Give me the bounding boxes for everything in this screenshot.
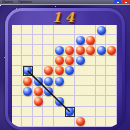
game-board — [12, 25, 117, 127]
cell-r7c3[interactable] — [44, 96, 55, 106]
cell-r2c8[interactable] — [96, 45, 107, 55]
red-ball[interactable] — [76, 46, 85, 55]
cell-r6c0[interactable] — [12, 86, 23, 96]
cell-r3c6[interactable] — [75, 56, 86, 66]
cell-r4c1[interactable] — [23, 66, 34, 76]
blue-ball[interactable] — [55, 46, 64, 55]
cell-r2c7[interactable] — [86, 45, 97, 55]
cell-r6c7[interactable] — [86, 86, 97, 96]
cell-r3c7[interactable] — [86, 56, 97, 66]
cell-r0c6[interactable] — [75, 25, 86, 35]
cell-r6c4[interactable] — [54, 86, 65, 96]
red-ball[interactable] — [55, 66, 64, 75]
cell-r7c6[interactable] — [75, 96, 86, 106]
cell-r3c9[interactable] — [107, 56, 118, 66]
cell-r8c8[interactable] — [96, 107, 107, 117]
cell-r0c1[interactable] — [23, 25, 34, 35]
cell-r7c7[interactable] — [86, 96, 97, 106]
cell-r5c3[interactable] — [44, 76, 55, 86]
cell-r6c6[interactable] — [75, 86, 86, 96]
cell-r0c5[interactable] — [65, 25, 76, 35]
cell-r9c4[interactable] — [54, 117, 65, 127]
red-ball[interactable] — [65, 46, 74, 55]
cell-r6c2[interactable] — [33, 86, 44, 96]
cell-r6c5[interactable] — [65, 86, 76, 96]
red-ball[interactable] — [44, 66, 53, 75]
cell-r3c4[interactable] — [54, 56, 65, 66]
cell-r2c1[interactable] — [23, 45, 34, 55]
cell-r2c5[interactable] — [65, 45, 76, 55]
cell-r5c1[interactable] — [23, 76, 34, 86]
cell-r0c4[interactable] — [54, 25, 65, 35]
cell-r8c3[interactable] — [44, 107, 55, 117]
blue-ball[interactable] — [97, 26, 106, 35]
cell-r5c9[interactable] — [107, 76, 118, 86]
cell-r1c6[interactable] — [75, 35, 86, 45]
cell-r9c2[interactable] — [33, 117, 44, 127]
minimize-button[interactable] — [114, 0, 121, 4]
score-display: 14 — [8, 11, 122, 25]
close-button[interactable] — [122, 0, 129, 4]
cell-r0c8[interactable] — [96, 25, 107, 35]
red-ball[interactable] — [86, 46, 95, 55]
red-ball[interactable] — [76, 117, 85, 126]
cell-r8c0[interactable] — [12, 107, 23, 117]
cell-r5c8[interactable] — [96, 76, 107, 86]
cell-r7c4[interactable] — [54, 96, 65, 106]
cell-r6c1[interactable] — [23, 86, 34, 96]
background: 14 — [0, 5, 130, 130]
cell-r3c1[interactable] — [23, 56, 34, 66]
cell-r5c0[interactable] — [12, 76, 23, 86]
cell-r7c8[interactable] — [96, 96, 107, 106]
cell-r9c7[interactable] — [86, 117, 97, 127]
cell-r2c6[interactable] — [75, 45, 86, 55]
cell-r2c2[interactable] — [33, 45, 44, 55]
menu-options[interactable]: Options — [18, 0, 32, 4]
selection-square — [65, 107, 76, 117]
cell-r6c3[interactable] — [44, 86, 55, 96]
cell-r3c8[interactable] — [96, 56, 107, 66]
cell-r5c4[interactable] — [54, 76, 65, 86]
cell-r9c0[interactable] — [12, 117, 23, 127]
cell-r8c5[interactable] — [65, 107, 76, 117]
blue-ball[interactable] — [76, 56, 85, 65]
cell-r8c6[interactable] — [75, 107, 86, 117]
cell-r9c8[interactable] — [96, 117, 107, 127]
red-ball[interactable] — [55, 56, 64, 65]
red-ball[interactable] — [65, 56, 74, 65]
cell-r4c3[interactable] — [44, 66, 55, 76]
cell-r9c9[interactable] — [107, 117, 118, 127]
cell-r7c1[interactable] — [23, 96, 34, 106]
cell-r6c8[interactable] — [96, 86, 107, 96]
cell-r1c2[interactable] — [33, 35, 44, 45]
cell-r3c3[interactable] — [44, 56, 55, 66]
window-controls — [114, 0, 129, 4]
red-ball[interactable] — [23, 77, 32, 86]
cell-r4c9[interactable] — [107, 66, 118, 76]
cell-r5c6[interactable] — [75, 76, 86, 86]
blue-ball[interactable] — [55, 77, 64, 86]
cell-r6c9[interactable] — [107, 86, 118, 96]
cell-r0c2[interactable] — [33, 25, 44, 35]
cell-r5c2[interactable] — [33, 76, 44, 86]
selection-square — [23, 66, 34, 76]
cell-r9c6[interactable] — [75, 117, 86, 127]
cell-r9c5[interactable] — [65, 117, 76, 127]
game-panel: 14 — [5, 8, 125, 130]
red-ball[interactable] — [86, 36, 95, 45]
cell-r4c5[interactable] — [65, 66, 76, 76]
cell-r0c7[interactable] — [86, 25, 97, 35]
cell-r4c4[interactable] — [54, 66, 65, 76]
cell-r2c9[interactable] — [107, 45, 118, 55]
cell-r0c9[interactable] — [107, 25, 118, 35]
blue-ball[interactable] — [97, 46, 106, 55]
cell-r2c4[interactable] — [54, 45, 65, 55]
cell-r8c9[interactable] — [107, 107, 118, 117]
cell-r7c5[interactable] — [65, 96, 76, 106]
game-panel-inner: 14 — [8, 11, 122, 127]
blue-ball[interactable] — [34, 77, 43, 86]
cell-r2c3[interactable] — [44, 45, 55, 55]
cell-r1c3[interactable] — [44, 35, 55, 45]
blue-ball[interactable] — [23, 87, 32, 96]
cell-r2c0[interactable] — [12, 45, 23, 55]
red-ball[interactable] — [34, 97, 43, 106]
cell-r1c4[interactable] — [54, 35, 65, 45]
cell-r7c0[interactable] — [12, 96, 23, 106]
cell-r4c2[interactable] — [33, 66, 44, 76]
cell-r1c0[interactable] — [12, 35, 23, 45]
cell-r3c2[interactable] — [33, 56, 44, 66]
cell-r4c6[interactable] — [75, 66, 86, 76]
blue-ball[interactable] — [65, 66, 74, 75]
menu-game[interactable]: Game — [2, 0, 13, 4]
cell-r5c5[interactable] — [65, 76, 76, 86]
cell-r9c1[interactable] — [23, 117, 34, 127]
cell-r9c3[interactable] — [44, 117, 55, 127]
red-ball[interactable] — [107, 46, 116, 55]
cell-r5c7[interactable] — [86, 76, 97, 86]
cell-r1c9[interactable] — [107, 35, 118, 45]
cell-r0c3[interactable] — [44, 25, 55, 35]
cell-r1c5[interactable] — [65, 35, 76, 45]
cell-r4c8[interactable] — [96, 66, 107, 76]
cell-r8c1[interactable] — [23, 107, 34, 117]
cell-r1c8[interactable] — [96, 35, 107, 45]
cell-r8c7[interactable] — [86, 107, 97, 117]
cell-r3c5[interactable] — [65, 56, 76, 66]
cell-r4c0[interactable] — [12, 66, 23, 76]
cell-r8c2[interactable] — [33, 107, 44, 117]
cell-r0c0[interactable] — [12, 25, 23, 35]
cell-r7c9[interactable] — [107, 96, 118, 106]
cell-r3c0[interactable] — [12, 56, 23, 66]
cell-r4c7[interactable] — [86, 66, 97, 76]
blue-ball[interactable] — [55, 97, 64, 106]
cell-r1c7[interactable] — [86, 35, 97, 45]
blue-ball[interactable] — [76, 36, 85, 45]
cell-r8c4[interactable] — [54, 107, 65, 117]
cell-r1c1[interactable] — [23, 35, 34, 45]
cell-r7c2[interactable] — [33, 96, 44, 106]
blue-ball[interactable] — [44, 77, 53, 86]
blue-ball[interactable] — [44, 87, 53, 96]
sparkle-stars — [0, 5, 1, 6]
red-ball[interactable] — [34, 87, 43, 96]
